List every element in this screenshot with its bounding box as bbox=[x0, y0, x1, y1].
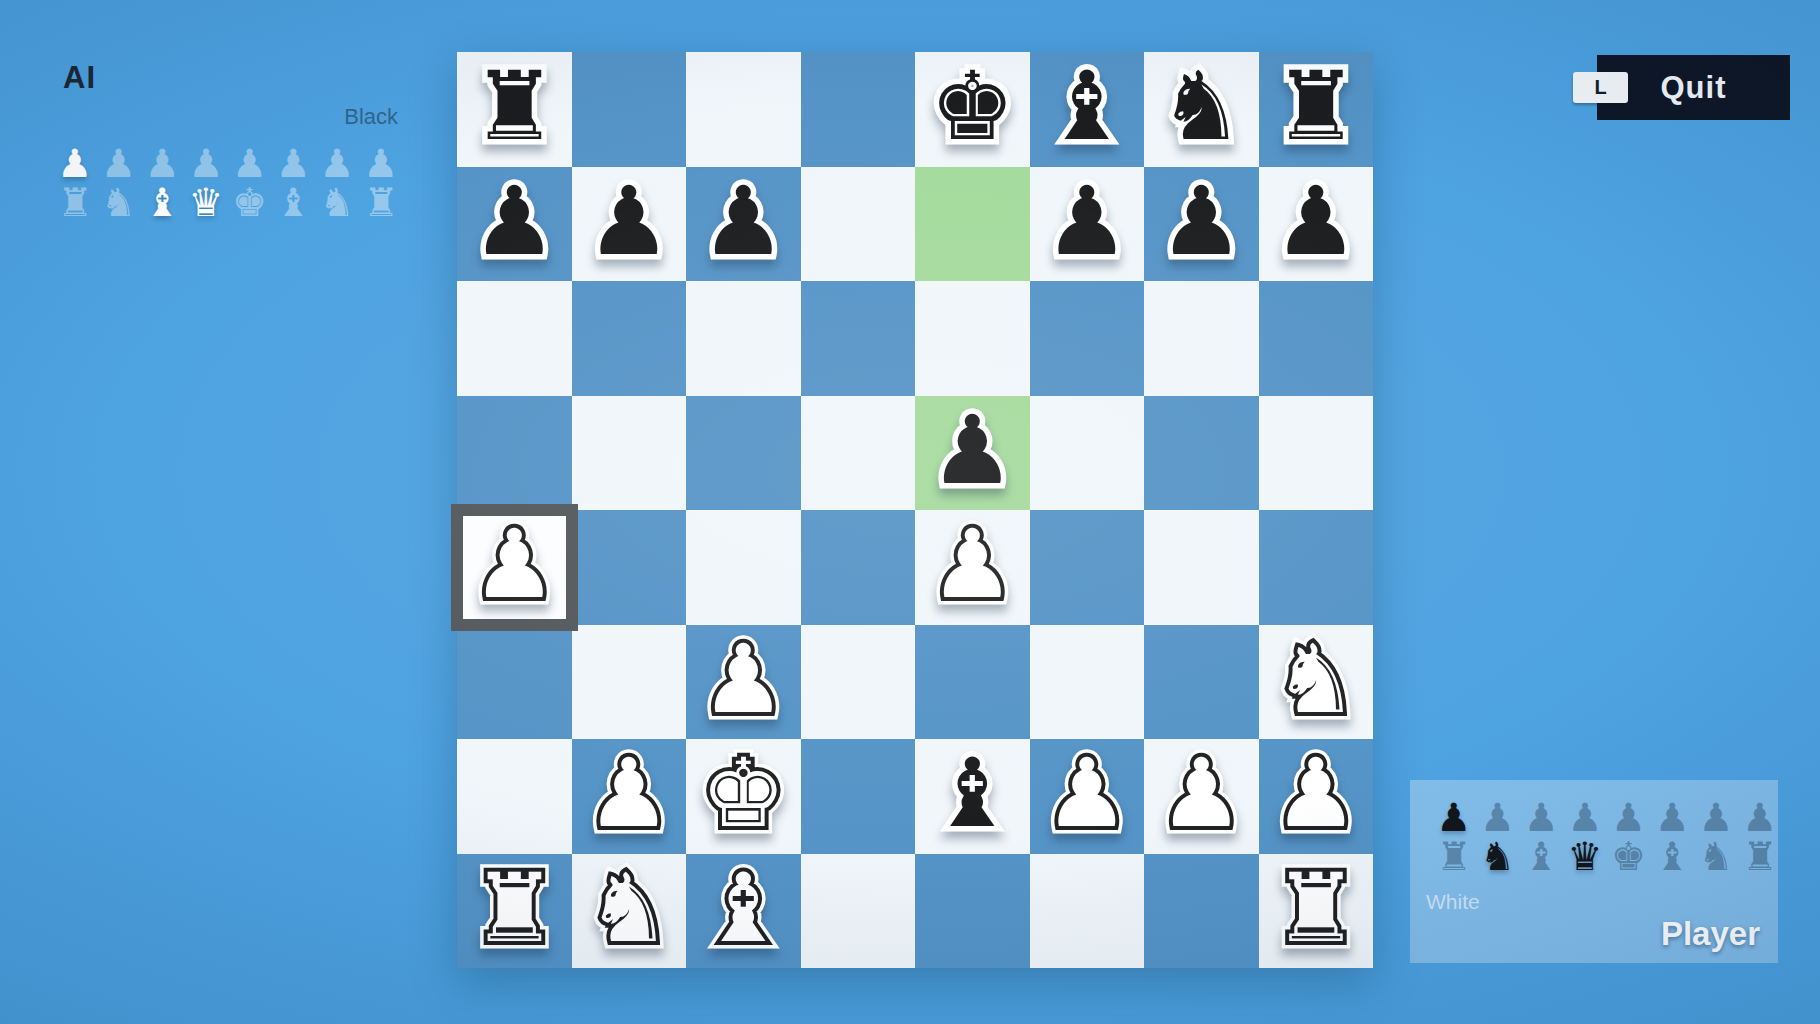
square-g6[interactable] bbox=[1144, 281, 1259, 396]
square-e5[interactable]: ♟♟ bbox=[915, 396, 1030, 511]
square-d6[interactable] bbox=[801, 281, 916, 396]
square-b3[interactable] bbox=[572, 625, 687, 740]
piece-white-pawn[interactable]: ♟♟♟ bbox=[457, 510, 572, 625]
square-h4[interactable] bbox=[1259, 510, 1374, 625]
square-a3[interactable] bbox=[457, 625, 572, 740]
piece-white-pawn[interactable]: ♟♟♟ bbox=[915, 510, 1030, 625]
uncaptured-white-knight-icon: ♞ bbox=[97, 183, 141, 222]
piece-white-knight[interactable]: ♞♞♞ bbox=[1259, 625, 1374, 740]
piece-white-pawn[interactable]: ♟♟♟ bbox=[686, 625, 801, 740]
piece-black-pawn[interactable]: ♟♟ bbox=[457, 167, 572, 282]
piece-black-pawn[interactable]: ♟♟ bbox=[572, 167, 687, 282]
square-b8[interactable] bbox=[572, 52, 687, 167]
square-f5[interactable] bbox=[1030, 396, 1145, 511]
square-h7[interactable]: ♟♟ bbox=[1259, 167, 1374, 282]
captured-white-bishop-icon: ♝ bbox=[140, 183, 184, 222]
square-a5[interactable] bbox=[457, 396, 572, 511]
uncaptured-white-pawn-icon: ♟ bbox=[184, 144, 228, 183]
piece-white-king[interactable]: ♚♚♚ bbox=[686, 739, 801, 854]
uncaptured-white-king-icon: ♚ bbox=[228, 183, 272, 222]
square-c8[interactable] bbox=[686, 52, 801, 167]
piece-black-knight[interactable]: ♞♞ bbox=[1144, 52, 1259, 167]
key-hint-label: L bbox=[1594, 76, 1606, 99]
square-e6[interactable] bbox=[915, 281, 1030, 396]
uncaptured-white-rook-icon: ♜ bbox=[359, 183, 403, 222]
square-h3[interactable]: ♞♞♞ bbox=[1259, 625, 1374, 740]
uncaptured-white-pawn-icon: ♟ bbox=[97, 144, 141, 183]
uncaptured-black-rook-icon: ♜ bbox=[1432, 837, 1476, 876]
square-g2[interactable]: ♟♟♟ bbox=[1144, 739, 1259, 854]
piece-black-rook[interactable]: ♜♜ bbox=[1259, 52, 1374, 167]
square-b5[interactable] bbox=[572, 396, 687, 511]
square-d7[interactable] bbox=[801, 167, 916, 282]
square-d3[interactable] bbox=[801, 625, 916, 740]
captured-white-queen-icon: ♛ bbox=[184, 183, 228, 222]
uncaptured-white-rook-icon: ♜ bbox=[53, 183, 97, 222]
uncaptured-black-pawn-icon: ♟ bbox=[1607, 798, 1651, 837]
square-c2[interactable]: ♚♚♚ bbox=[686, 739, 801, 854]
piece-black-rook[interactable]: ♜♜ bbox=[457, 52, 572, 167]
square-f1[interactable] bbox=[1030, 854, 1145, 969]
uncaptured-black-pawn-icon: ♟ bbox=[1650, 798, 1694, 837]
uncaptured-black-knight-icon: ♞ bbox=[1694, 837, 1738, 876]
square-c3[interactable]: ♟♟♟ bbox=[686, 625, 801, 740]
uncaptured-white-pawn-icon: ♟ bbox=[271, 144, 315, 183]
square-b6[interactable] bbox=[572, 281, 687, 396]
uncaptured-white-knight-icon: ♞ bbox=[315, 183, 359, 222]
piece-black-pawn[interactable]: ♟♟ bbox=[1030, 167, 1145, 282]
square-f8[interactable]: ♝♝ bbox=[1030, 52, 1145, 167]
uncaptured-black-pawn-icon: ♟ bbox=[1519, 798, 1563, 837]
piece-white-pawn[interactable]: ♟♟♟ bbox=[1259, 739, 1374, 854]
square-b7[interactable]: ♟♟ bbox=[572, 167, 687, 282]
square-e4[interactable]: ♟♟♟ bbox=[915, 510, 1030, 625]
piece-black-king[interactable]: ♚♚ bbox=[915, 52, 1030, 167]
uncaptured-white-pawn-icon: ♟ bbox=[140, 144, 184, 183]
square-g1[interactable] bbox=[1144, 854, 1259, 969]
uncaptured-black-pawn-icon: ♟ bbox=[1738, 798, 1782, 837]
square-h6[interactable] bbox=[1259, 281, 1374, 396]
square-f6[interactable] bbox=[1030, 281, 1145, 396]
captured-black-pawn-icon: ♟ bbox=[1432, 798, 1476, 837]
square-b4[interactable] bbox=[572, 510, 687, 625]
quit-button-label: Quit bbox=[1661, 70, 1727, 106]
square-g5[interactable] bbox=[1144, 396, 1259, 511]
piece-white-rook[interactable]: ♜♜♜ bbox=[457, 854, 572, 969]
square-g7[interactable]: ♟♟ bbox=[1144, 167, 1259, 282]
square-h8[interactable]: ♜♜ bbox=[1259, 52, 1374, 167]
square-d5[interactable] bbox=[801, 396, 916, 511]
player-info-panel: ♟♟♟♟♟♟♟♟♜♞♝♛♚♝♞♜ White Player bbox=[1410, 780, 1778, 963]
chess-board: ♜♜♚♚♝♝♞♞♜♜♟♟♟♟♟♟♟♟♟♟♟♟♟♟♟♟♟♟♟♟♟♟♟♞♞♞♟♟♟♚… bbox=[457, 52, 1373, 968]
square-h2[interactable]: ♟♟♟ bbox=[1259, 739, 1374, 854]
square-d8[interactable] bbox=[801, 52, 916, 167]
uncaptured-black-bishop-icon: ♝ bbox=[1519, 837, 1563, 876]
square-e1[interactable] bbox=[915, 854, 1030, 969]
uncaptured-black-rook-icon: ♜ bbox=[1738, 837, 1782, 876]
uncaptured-white-pawn-icon: ♟ bbox=[359, 144, 403, 183]
piece-black-pawn[interactable]: ♟♟ bbox=[1259, 167, 1374, 282]
piece-black-bishop[interactable]: ♝♝ bbox=[1030, 52, 1145, 167]
square-e2[interactable]: ♝♝ bbox=[915, 739, 1030, 854]
square-g3[interactable] bbox=[1144, 625, 1259, 740]
square-g8[interactable]: ♞♞ bbox=[1144, 52, 1259, 167]
piece-white-pawn[interactable]: ♟♟♟ bbox=[1144, 739, 1259, 854]
square-d1[interactable] bbox=[801, 854, 916, 969]
player-side-label: White bbox=[1426, 890, 1480, 914]
square-b2[interactable]: ♟♟♟ bbox=[572, 739, 687, 854]
square-a2[interactable] bbox=[457, 739, 572, 854]
square-f2[interactable]: ♟♟♟ bbox=[1030, 739, 1145, 854]
square-f3[interactable] bbox=[1030, 625, 1145, 740]
piece-white-rook[interactable]: ♜♜♜ bbox=[1259, 854, 1374, 969]
square-e8[interactable]: ♚♚ bbox=[915, 52, 1030, 167]
square-h1[interactable]: ♜♜♜ bbox=[1259, 854, 1374, 969]
square-b1[interactable]: ♞♞♞ bbox=[572, 854, 687, 969]
square-d4[interactable] bbox=[801, 510, 916, 625]
opponent-name: AI bbox=[63, 60, 96, 96]
captured-white-pawn-icon: ♟ bbox=[53, 144, 97, 183]
square-e7[interactable] bbox=[915, 167, 1030, 282]
square-a7[interactable]: ♟♟ bbox=[457, 167, 572, 282]
square-f7[interactable]: ♟♟ bbox=[1030, 167, 1145, 282]
captured-black-knight-icon: ♞ bbox=[1476, 837, 1520, 876]
captured-black-queen-icon: ♛ bbox=[1563, 837, 1607, 876]
piece-black-pawn[interactable]: ♟♟ bbox=[1144, 167, 1259, 282]
square-a1[interactable]: ♜♜♜ bbox=[457, 854, 572, 969]
uncaptured-black-king-icon: ♚ bbox=[1607, 837, 1651, 876]
key-hint-L-icon: L bbox=[1573, 72, 1628, 103]
player-name: Player bbox=[1661, 915, 1760, 953]
piece-white-pawn[interactable]: ♟♟♟ bbox=[572, 739, 687, 854]
square-a8[interactable]: ♜♜ bbox=[457, 52, 572, 167]
square-g4[interactable] bbox=[1144, 510, 1259, 625]
uncaptured-black-pawn-icon: ♟ bbox=[1476, 798, 1520, 837]
square-c1[interactable]: ♝♝♝ bbox=[686, 854, 801, 969]
piece-white-knight[interactable]: ♞♞♞ bbox=[572, 854, 687, 969]
uncaptured-white-bishop-icon: ♝ bbox=[271, 183, 315, 222]
square-d2[interactable] bbox=[801, 739, 916, 854]
opponent-side-label: Black bbox=[260, 104, 398, 130]
square-c4[interactable] bbox=[686, 510, 801, 625]
uncaptured-white-pawn-icon: ♟ bbox=[228, 144, 272, 183]
player-captured-tray: ♟♟♟♟♟♟♟♟♜♞♝♛♚♝♞♜ bbox=[1432, 798, 1782, 876]
piece-black-pawn[interactable]: ♟♟ bbox=[915, 396, 1030, 511]
square-f4[interactable] bbox=[1030, 510, 1145, 625]
ai-captured-tray: ♟♟♟♟♟♟♟♟♜♞♝♛♚♝♞♜ bbox=[53, 144, 403, 222]
piece-black-pawn[interactable]: ♟♟ bbox=[686, 167, 801, 282]
uncaptured-black-pawn-icon: ♟ bbox=[1563, 798, 1607, 837]
piece-white-bishop[interactable]: ♝♝♝ bbox=[686, 854, 801, 969]
square-c5[interactable] bbox=[686, 396, 801, 511]
square-e3[interactable] bbox=[915, 625, 1030, 740]
piece-black-bishop[interactable]: ♝♝ bbox=[915, 739, 1030, 854]
uncaptured-black-pawn-icon: ♟ bbox=[1694, 798, 1738, 837]
square-a6[interactable] bbox=[457, 281, 572, 396]
uncaptured-white-pawn-icon: ♟ bbox=[315, 144, 359, 183]
square-c6[interactable] bbox=[686, 281, 801, 396]
square-h5[interactable] bbox=[1259, 396, 1374, 511]
uncaptured-black-bishop-icon: ♝ bbox=[1650, 837, 1694, 876]
piece-white-pawn[interactable]: ♟♟♟ bbox=[1030, 739, 1145, 854]
quit-button[interactable]: L Quit bbox=[1597, 55, 1790, 120]
square-c7[interactable]: ♟♟ bbox=[686, 167, 801, 282]
square-a4[interactable]: ♟♟♟ bbox=[457, 510, 572, 625]
